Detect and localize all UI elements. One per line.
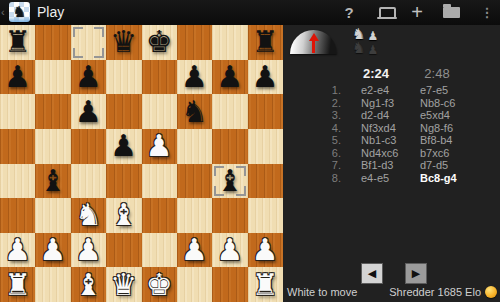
- status-bar: White to move Shredder 1685 Elo: [283, 283, 500, 302]
- move-row: 4. Nf3xd4 Ng8-f6: [283, 122, 500, 135]
- engine-info: Shredder 1685 Elo: [389, 286, 497, 298]
- square-b4[interactable]: ♝: [35, 164, 70, 199]
- black-pawn[interactable]: ♟: [75, 62, 102, 92]
- black-queen[interactable]: ♛: [110, 27, 137, 57]
- black-move[interactable]: Ng8-f6: [420, 122, 453, 135]
- square-b5[interactable]: [35, 129, 70, 164]
- square-d2[interactable]: [106, 233, 141, 268]
- square-d1[interactable]: ♛: [106, 267, 141, 302]
- move-row: 2. Ng1-f3 Nb8-c6: [283, 97, 500, 110]
- move-number: 8.: [311, 172, 341, 185]
- black-rook[interactable]: ♜: [4, 27, 31, 57]
- square-a5[interactable]: [0, 129, 35, 164]
- square-a2[interactable]: ♟: [0, 233, 35, 268]
- square-e2[interactable]: [142, 233, 177, 268]
- square-a6[interactable]: [0, 94, 35, 129]
- move-row: 3. d2-d4 e5xd4: [283, 109, 500, 122]
- black-move[interactable]: Nb8-c6: [420, 97, 455, 110]
- square-d7[interactable]: [106, 60, 141, 95]
- captured-pieces: ♞♟ ♞♟: [352, 28, 378, 56]
- square-f5[interactable]: [177, 129, 212, 164]
- black-pawn[interactable]: ♟: [75, 97, 102, 127]
- gauge-needle: [312, 40, 315, 53]
- white-move[interactable]: Ng1-f3: [361, 97, 394, 110]
- play-screen: ‹ ♞ Play ? + ⋮ ♜♛♚♜♟♟♟♟♟♟♞♟♟♝♝♞♝♟♟♟♟♟♟♜♝…: [0, 0, 500, 302]
- back-chevron-icon[interactable]: ‹: [1, 5, 5, 19]
- light-pawn-icon: ♟: [367, 30, 378, 42]
- move-number: 2.: [311, 97, 341, 110]
- move-row: 7. Bf1-d3 d7-d5: [283, 159, 500, 172]
- white-move[interactable]: d2-d4: [361, 109, 389, 122]
- white-pawn[interactable]: ♟: [40, 235, 67, 265]
- square-g6[interactable]: [212, 94, 247, 129]
- square-e5[interactable]: ♟: [142, 129, 177, 164]
- white-move[interactable]: Nd4xc6: [361, 147, 398, 160]
- white-clock: 2:24: [346, 66, 406, 81]
- shredder-ball-icon: [485, 286, 497, 298]
- square-f8[interactable]: [177, 25, 212, 60]
- app-logo-icon[interactable]: ♞: [9, 2, 30, 22]
- square-f2[interactable]: ♟: [177, 233, 212, 268]
- white-rook[interactable]: ♜: [252, 270, 279, 300]
- move-list: 1. e2-e4 e7-e5 2. Ng1-f3 Nb8-c6 3. d2-d4…: [283, 84, 500, 184]
- square-g5[interactable]: [212, 129, 247, 164]
- square-d4[interactable]: [106, 164, 141, 199]
- square-f3[interactable]: [177, 198, 212, 233]
- black-rook[interactable]: ♜: [252, 27, 279, 57]
- square-d6[interactable]: [106, 94, 141, 129]
- white-pawn[interactable]: ♟: [75, 235, 102, 265]
- square-b2[interactable]: ♟: [35, 233, 70, 268]
- black-move-current[interactable]: Bc8-g4: [420, 172, 457, 185]
- help-button[interactable]: ?: [340, 0, 358, 25]
- white-move[interactable]: Nf3xd4: [361, 122, 396, 135]
- move-number: 3.: [311, 109, 341, 122]
- white-move[interactable]: e2-e4: [361, 84, 389, 97]
- white-pawn[interactable]: ♟: [146, 131, 173, 161]
- square-b3[interactable]: [35, 198, 70, 233]
- square-g4[interactable]: ♝: [212, 164, 247, 199]
- square-b6[interactable]: [35, 94, 70, 129]
- square-h8[interactable]: ♜: [248, 25, 283, 60]
- square-g1[interactable]: [212, 267, 247, 302]
- previous-move-button[interactable]: ◀: [361, 263, 383, 284]
- square-c7[interactable]: ♟: [71, 60, 106, 95]
- captured-row-dark: ♞♟: [352, 42, 378, 56]
- turn-indicator: White to move: [287, 286, 357, 298]
- knight-logo-glyph: ♞: [13, 5, 26, 20]
- square-d8[interactable]: ♛: [106, 25, 141, 60]
- square-c3[interactable]: ♞: [71, 198, 106, 233]
- white-move[interactable]: e4-e5: [361, 172, 389, 185]
- app-bar: ‹ ♞ Play ? + ⋮: [0, 0, 500, 26]
- square-a7[interactable]: ♟: [0, 60, 35, 95]
- load-game-button[interactable]: [440, 0, 462, 25]
- square-e3[interactable]: [142, 198, 177, 233]
- black-move[interactable]: e7-e5: [420, 84, 448, 97]
- black-move[interactable]: e5xd4: [420, 109, 450, 122]
- square-a8[interactable]: ♜: [0, 25, 35, 60]
- white-move[interactable]: Nb1-c3: [361, 134, 396, 147]
- folder-icon: [443, 7, 460, 18]
- square-f6[interactable]: ♞: [177, 94, 212, 129]
- square-b1[interactable]: [35, 267, 70, 302]
- black-pawn[interactable]: ♟: [216, 62, 243, 92]
- evaluation-gauge: [290, 30, 337, 54]
- square-a4[interactable]: [0, 164, 35, 199]
- square-e4[interactable]: [142, 164, 177, 199]
- white-rook[interactable]: ♜: [4, 270, 31, 300]
- square-h4[interactable]: [248, 164, 283, 199]
- move-row: 8. e4-e5 Bc8-g4: [283, 172, 500, 185]
- black-pawn[interactable]: ♟: [110, 131, 137, 161]
- black-bishop[interactable]: ♝: [40, 166, 67, 196]
- square-h6[interactable]: [248, 94, 283, 129]
- square-b8[interactable]: [35, 25, 70, 60]
- black-clock: 2:48: [407, 66, 467, 81]
- white-knight[interactable]: ♞: [75, 200, 102, 230]
- square-g7[interactable]: ♟: [212, 60, 247, 95]
- page-title: Play: [37, 4, 64, 20]
- square-g2[interactable]: ♟: [212, 233, 247, 268]
- square-c6[interactable]: ♟: [71, 94, 106, 129]
- white-pawn[interactable]: ♟: [181, 235, 208, 265]
- square-f7[interactable]: ♟: [177, 60, 212, 95]
- black-pawn[interactable]: ♟: [181, 62, 208, 92]
- move-row: 5. Nb1-c3 Bf8-b4: [283, 134, 500, 147]
- square-g8[interactable]: [212, 25, 247, 60]
- square-h3[interactable]: [248, 198, 283, 233]
- screen-base-icon: [377, 17, 397, 19]
- dark-pawn-icon: ♟: [367, 44, 378, 56]
- black-king[interactable]: ♚: [146, 27, 173, 57]
- white-pawn[interactable]: ♟: [4, 235, 31, 265]
- square-e8[interactable]: ♚: [142, 25, 177, 60]
- move-number: 6.: [311, 147, 341, 160]
- black-pawn[interactable]: ♟: [4, 62, 31, 92]
- engine-elo-label: Shredder 1685 Elo: [389, 286, 481, 298]
- board-view-button[interactable]: [374, 0, 400, 25]
- move-number: 1.: [311, 84, 341, 97]
- square-f1[interactable]: [177, 267, 212, 302]
- square-e7[interactable]: [142, 60, 177, 95]
- black-bishop[interactable]: ♝: [216, 166, 243, 196]
- move-row: 6. Nd4xc6 b7xc6: [283, 147, 500, 160]
- white-pawn[interactable]: ♟: [216, 235, 243, 265]
- square-c5[interactable]: [71, 129, 106, 164]
- white-move[interactable]: Bf1-d3: [361, 159, 393, 172]
- white-king[interactable]: ♚: [146, 270, 173, 300]
- square-a1[interactable]: ♜: [0, 267, 35, 302]
- move-number: 5.: [311, 134, 341, 147]
- chess-board[interactable]: ♜♛♚♜♟♟♟♟♟♟♞♟♟♝♝♞♝♟♟♟♟♟♟♜♝♛♚♜: [0, 25, 283, 302]
- square-b7[interactable]: [35, 60, 70, 95]
- dark-knight-icon: ♞: [352, 41, 365, 56]
- square-f4[interactable]: [177, 164, 212, 199]
- square-d5[interactable]: ♟: [106, 129, 141, 164]
- square-a3[interactable]: [0, 198, 35, 233]
- black-move[interactable]: b7xc6: [420, 147, 449, 160]
- new-game-button[interactable]: +: [407, 0, 427, 27]
- square-c2[interactable]: ♟: [71, 233, 106, 268]
- square-c1[interactable]: ♝: [71, 267, 106, 302]
- move-row: 1. e2-e4 e7-e5: [283, 84, 500, 97]
- side-panel: ♞♟ ♞♟ 2:24 2:48 1. e2-e4 e7-e5 2. Ng1-f3…: [283, 25, 500, 302]
- move-number: 4.: [311, 122, 341, 135]
- last-move-marker: [73, 27, 104, 58]
- black-pawn[interactable]: ♟: [252, 62, 279, 92]
- square-h1[interactable]: ♜: [248, 267, 283, 302]
- square-e6[interactable]: [142, 94, 177, 129]
- square-h5[interactable]: [248, 129, 283, 164]
- white-bishop[interactable]: ♝: [75, 270, 102, 300]
- move-number: 7.: [311, 159, 341, 172]
- white-queen[interactable]: ♛: [110, 270, 137, 300]
- black-knight[interactable]: ♞: [181, 97, 208, 127]
- square-h2[interactable]: ♟: [248, 233, 283, 268]
- square-d3[interactable]: ♝: [106, 198, 141, 233]
- square-h7[interactable]: ♟: [248, 60, 283, 95]
- square-c8[interactable]: [71, 25, 106, 60]
- white-pawn[interactable]: ♟: [252, 235, 279, 265]
- square-g3[interactable]: [212, 198, 247, 233]
- black-move[interactable]: Bf8-b4: [420, 134, 452, 147]
- square-c4[interactable]: [71, 164, 106, 199]
- white-bishop[interactable]: ♝: [110, 200, 137, 230]
- next-move-button[interactable]: ▶: [405, 263, 427, 284]
- square-e1[interactable]: ♚: [142, 267, 177, 302]
- gauge-needle-head: [309, 33, 319, 41]
- overflow-menu-button[interactable]: ⋮: [480, 0, 494, 25]
- black-move[interactable]: d7-d5: [420, 159, 448, 172]
